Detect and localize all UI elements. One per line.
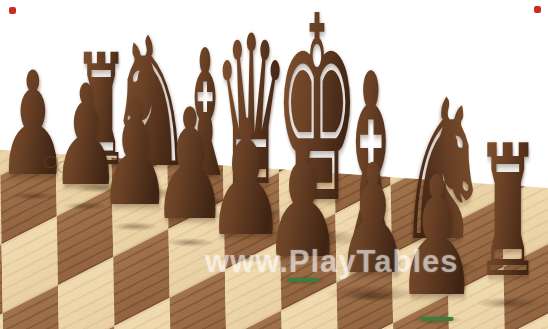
product-photo: ♟♜♟♞♟♝♟♛♟♚♟♝♟♞♟♜ www.PlayTables <box>0 0 548 329</box>
dark-rook: ♜ <box>475 121 540 303</box>
pieces-layer: ♟♜♟♞♟♝♟♛♟♚♟♝♟♞♟♜ <box>0 0 548 329</box>
corner-mark-right <box>534 6 541 13</box>
dark-pawn: ♟ <box>396 155 479 320</box>
board-stamp <box>44 156 58 168</box>
corner-mark-left <box>9 7 16 14</box>
board-stamp <box>57 161 71 173</box>
